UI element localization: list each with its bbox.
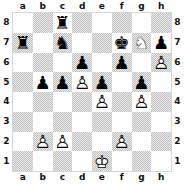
square-b4[interactable] — [33, 92, 53, 112]
rank-label-left-2: 2 — [0, 132, 13, 152]
black-king: ♚ — [114, 33, 130, 52]
square-g1[interactable] — [132, 151, 152, 171]
rank-label-left-6: 6 — [0, 53, 13, 73]
square-e4[interactable]: ♟♙ — [92, 92, 112, 112]
rank-label-left-5: 5 — [0, 72, 13, 92]
white-pawn: ♟♙ — [94, 92, 110, 111]
square-b1[interactable] — [33, 151, 53, 171]
square-b8[interactable] — [33, 13, 53, 33]
square-f3[interactable] — [112, 112, 132, 132]
square-e7[interactable] — [92, 33, 112, 53]
file-label-bottom-b: b — [33, 171, 53, 184]
black-pawn: ♟ — [54, 73, 70, 92]
square-b5[interactable]: ♟ — [33, 72, 53, 92]
rank-label-left-4: 4 — [0, 92, 13, 112]
square-h8[interactable] — [151, 13, 171, 33]
square-f5[interactable] — [112, 72, 132, 92]
square-g8[interactable] — [132, 13, 152, 33]
square-g4[interactable]: ♟♙ — [132, 92, 152, 112]
black-pawn: ♟ — [94, 73, 110, 92]
square-b7[interactable] — [33, 33, 53, 53]
white-pawn: ♟♙ — [35, 132, 51, 151]
square-c1[interactable] — [53, 151, 73, 171]
file-label-bottom-d: d — [72, 171, 92, 184]
white-pawn: ♟♙ — [74, 73, 90, 92]
file-label-bottom-h: h — [151, 171, 171, 184]
white-king: ♚♔ — [94, 152, 110, 171]
file-label-top-h: h — [151, 0, 171, 13]
square-a7[interactable]: ♜ — [13, 33, 33, 53]
rank-label-left-7: 7 — [0, 33, 13, 53]
square-g7[interactable]: ♞♘ — [132, 33, 152, 53]
square-b3[interactable] — [33, 112, 53, 132]
square-g5[interactable]: ♟ — [132, 72, 152, 92]
square-h4[interactable] — [151, 92, 171, 112]
square-g3[interactable] — [132, 112, 152, 132]
rank-label-right-1: 1 — [171, 151, 184, 171]
square-f2[interactable]: ♟♙ — [112, 132, 132, 152]
square-f8[interactable] — [112, 13, 132, 33]
square-c4[interactable] — [53, 92, 73, 112]
square-e6[interactable] — [92, 53, 112, 73]
rank-label-left-3: 3 — [0, 112, 13, 132]
white-pawn: ♟♙ — [133, 92, 149, 111]
file-label-top-a: a — [13, 0, 33, 13]
square-d7[interactable] — [72, 33, 92, 53]
square-d1[interactable] — [72, 151, 92, 171]
square-f4[interactable] — [112, 92, 132, 112]
rank-label-right-2: 2 — [171, 132, 184, 152]
file-label-top-c: c — [53, 0, 73, 13]
square-d8[interactable] — [72, 13, 92, 33]
square-h1[interactable] — [151, 151, 171, 171]
black-pawn: ♟ — [35, 73, 51, 92]
square-c6[interactable] — [53, 53, 73, 73]
rank-labels-right: 87654321 — [171, 13, 184, 171]
square-h5[interactable] — [151, 72, 171, 92]
square-g2[interactable] — [132, 132, 152, 152]
rank-label-right-7: 7 — [171, 33, 184, 53]
black-pawn: ♟ — [153, 33, 169, 52]
square-e8[interactable] — [92, 13, 112, 33]
square-d2[interactable] — [72, 132, 92, 152]
square-e5[interactable]: ♟ — [92, 72, 112, 92]
square-e1[interactable]: ♚♔ — [92, 151, 112, 171]
square-d4[interactable] — [72, 92, 92, 112]
white-pawn: ♟♙ — [54, 132, 70, 151]
file-label-top-g: g — [132, 0, 152, 13]
black-knight: ♞ — [54, 33, 70, 52]
white-pawn: ♟♙ — [153, 53, 169, 72]
square-f1[interactable] — [112, 151, 132, 171]
square-c2[interactable]: ♟♙ — [53, 132, 73, 152]
white-knight: ♞♘ — [133, 33, 149, 52]
file-labels-top: abcdefgh — [13, 0, 171, 13]
rank-label-right-5: 5 — [171, 72, 184, 92]
rank-label-right-8: 8 — [171, 13, 184, 33]
file-label-bottom-a: a — [13, 171, 33, 184]
square-a6[interactable] — [13, 53, 33, 73]
square-h7[interactable]: ♟ — [151, 33, 171, 53]
square-d5[interactable]: ♟♙ — [72, 72, 92, 92]
square-a4[interactable] — [13, 92, 33, 112]
square-h6[interactable]: ♟♙ — [151, 53, 171, 73]
rank-label-right-3: 3 — [171, 112, 184, 132]
file-label-top-f: f — [112, 0, 132, 13]
rank-label-right-4: 4 — [171, 92, 184, 112]
black-pawn: ♟ — [114, 53, 130, 72]
file-label-top-e: e — [92, 0, 112, 13]
black-pawn: ♟ — [133, 73, 149, 92]
file-labels-bottom: abcdefgh — [13, 171, 171, 184]
chess-diagram: abcdefgh 87654321 ♜♜♞♚♞♘♟♟♟♟♙♟♟♟♙♟♟♟♙♟♙♟… — [0, 0, 184, 184]
black-rook: ♜ — [15, 33, 31, 52]
square-h2[interactable] — [151, 132, 171, 152]
square-f7[interactable]: ♚ — [112, 33, 132, 53]
square-d3[interactable] — [72, 112, 92, 132]
chess-board: ♜♜♞♚♞♘♟♟♟♟♙♟♟♟♙♟♟♟♙♟♙♟♙♟♙♟♙♚♔ — [13, 13, 171, 171]
square-a3[interactable] — [13, 112, 33, 132]
file-label-top-d: d — [72, 0, 92, 13]
black-pawn: ♟ — [74, 53, 90, 72]
white-pawn: ♟♙ — [114, 132, 130, 151]
file-label-top-b: b — [33, 0, 53, 13]
square-c5[interactable]: ♟ — [53, 72, 73, 92]
square-a5[interactable] — [13, 72, 33, 92]
rank-label-left-8: 8 — [0, 13, 13, 33]
square-d6[interactable]: ♟ — [72, 53, 92, 73]
square-c7[interactable]: ♞ — [53, 33, 73, 53]
square-a2[interactable] — [13, 132, 33, 152]
square-e2[interactable] — [92, 132, 112, 152]
rank-labels-left: 87654321 — [0, 13, 13, 171]
square-a1[interactable] — [13, 151, 33, 171]
file-label-bottom-g: g — [132, 171, 152, 184]
square-c8[interactable]: ♜ — [53, 13, 73, 33]
rank-label-left-1: 1 — [0, 151, 13, 171]
square-g6[interactable] — [132, 53, 152, 73]
file-label-bottom-f: f — [112, 171, 132, 184]
square-h3[interactable] — [151, 112, 171, 132]
black-rook: ♜ — [54, 13, 70, 32]
square-b2[interactable]: ♟♙ — [33, 132, 53, 152]
file-label-bottom-c: c — [53, 171, 73, 184]
square-c3[interactable] — [53, 112, 73, 132]
square-e3[interactable] — [92, 112, 112, 132]
square-b6[interactable] — [33, 53, 53, 73]
square-f6[interactable]: ♟ — [112, 53, 132, 73]
square-a8[interactable] — [13, 13, 33, 33]
rank-label-right-6: 6 — [171, 53, 184, 73]
file-label-bottom-e: e — [92, 171, 112, 184]
